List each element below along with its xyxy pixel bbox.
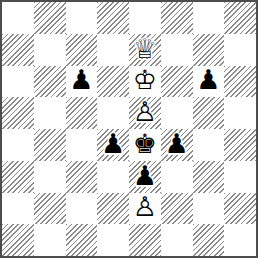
square-c5[interactable]: [66, 97, 98, 129]
square-c8[interactable]: [66, 2, 98, 34]
piece-glyph: ♙: [133, 194, 157, 221]
square-g7[interactable]: [193, 34, 225, 66]
square-h3[interactable]: [224, 161, 256, 193]
chess-board-frame: ♛♕♟♟♚♔♟♟♟♙♟♟♚♚♟♟♟♟♟♙: [0, 0, 258, 258]
piece-glyph: ♚: [133, 130, 157, 157]
square-c1[interactable]: [66, 224, 98, 256]
square-c3[interactable]: [66, 161, 98, 193]
square-g6[interactable]: ♟♟: [193, 66, 225, 98]
square-e5[interactable]: ♟♙: [129, 97, 161, 129]
black-pawn[interactable]: ♟♟: [193, 66, 225, 98]
square-d3[interactable]: [97, 161, 129, 193]
black-pawn[interactable]: ♟♟: [129, 161, 161, 193]
square-d8[interactable]: [97, 2, 129, 34]
square-b1[interactable]: [34, 224, 66, 256]
square-g5[interactable]: [193, 97, 225, 129]
square-b6[interactable]: [34, 66, 66, 98]
square-e2[interactable]: ♟♙: [129, 193, 161, 225]
square-a3[interactable]: [2, 161, 34, 193]
white-pawn[interactable]: ♟♙: [129, 193, 161, 225]
square-h7[interactable]: [224, 34, 256, 66]
square-f4[interactable]: ♟♟: [161, 129, 193, 161]
square-d5[interactable]: [97, 97, 129, 129]
square-h4[interactable]: [224, 129, 256, 161]
square-b3[interactable]: [34, 161, 66, 193]
piece-glyph: ♟: [133, 162, 157, 189]
black-pawn[interactable]: ♟♟: [66, 66, 98, 98]
square-h5[interactable]: [224, 97, 256, 129]
piece-glyph: ♟: [101, 130, 125, 157]
square-g2[interactable]: [193, 193, 225, 225]
square-g8[interactable]: [193, 2, 225, 34]
black-king[interactable]: ♚♚: [129, 129, 161, 161]
square-f6[interactable]: [161, 66, 193, 98]
square-f5[interactable]: [161, 97, 193, 129]
square-b2[interactable]: [34, 193, 66, 225]
piece-glyph: ♔: [133, 67, 157, 94]
square-f2[interactable]: [161, 193, 193, 225]
square-h6[interactable]: [224, 66, 256, 98]
square-g4[interactable]: [193, 129, 225, 161]
square-b4[interactable]: [34, 129, 66, 161]
square-b8[interactable]: [34, 2, 66, 34]
piece-glyph: ♙: [133, 99, 157, 126]
piece-glyph: ♟: [196, 67, 220, 94]
square-a4[interactable]: [2, 129, 34, 161]
square-f3[interactable]: [161, 161, 193, 193]
square-e6[interactable]: ♚♔: [129, 66, 161, 98]
square-f1[interactable]: [161, 224, 193, 256]
square-e7[interactable]: ♛♕: [129, 34, 161, 66]
square-h8[interactable]: [224, 2, 256, 34]
square-a2[interactable]: [2, 193, 34, 225]
chess-board: ♛♕♟♟♚♔♟♟♟♙♟♟♚♚♟♟♟♟♟♙: [2, 2, 256, 256]
black-pawn[interactable]: ♟♟: [161, 129, 193, 161]
square-a1[interactable]: [2, 224, 34, 256]
piece-glyph: ♟: [165, 130, 189, 157]
square-a5[interactable]: [2, 97, 34, 129]
square-f7[interactable]: [161, 34, 193, 66]
square-h2[interactable]: [224, 193, 256, 225]
square-d6[interactable]: [97, 66, 129, 98]
square-e1[interactable]: [129, 224, 161, 256]
square-f8[interactable]: [161, 2, 193, 34]
square-e8[interactable]: [129, 2, 161, 34]
square-a7[interactable]: [2, 34, 34, 66]
piece-glyph: ♟: [69, 67, 93, 94]
square-c2[interactable]: [66, 193, 98, 225]
square-d1[interactable]: [97, 224, 129, 256]
square-a6[interactable]: [2, 66, 34, 98]
white-king[interactable]: ♚♔: [129, 66, 161, 98]
square-a8[interactable]: [2, 2, 34, 34]
square-d7[interactable]: [97, 34, 129, 66]
square-b5[interactable]: [34, 97, 66, 129]
square-e4[interactable]: ♚♚: [129, 129, 161, 161]
square-g3[interactable]: [193, 161, 225, 193]
square-d2[interactable]: [97, 193, 129, 225]
square-b7[interactable]: [34, 34, 66, 66]
white-queen[interactable]: ♛♕: [129, 34, 161, 66]
square-d4[interactable]: ♟♟: [97, 129, 129, 161]
square-h1[interactable]: [224, 224, 256, 256]
black-pawn[interactable]: ♟♟: [97, 129, 129, 161]
piece-glyph: ♕: [133, 35, 157, 62]
square-g1[interactable]: [193, 224, 225, 256]
square-c7[interactable]: [66, 34, 98, 66]
white-pawn[interactable]: ♟♙: [129, 97, 161, 129]
square-e3[interactable]: ♟♟: [129, 161, 161, 193]
square-c4[interactable]: [66, 129, 98, 161]
square-c6[interactable]: ♟♟: [66, 66, 98, 98]
